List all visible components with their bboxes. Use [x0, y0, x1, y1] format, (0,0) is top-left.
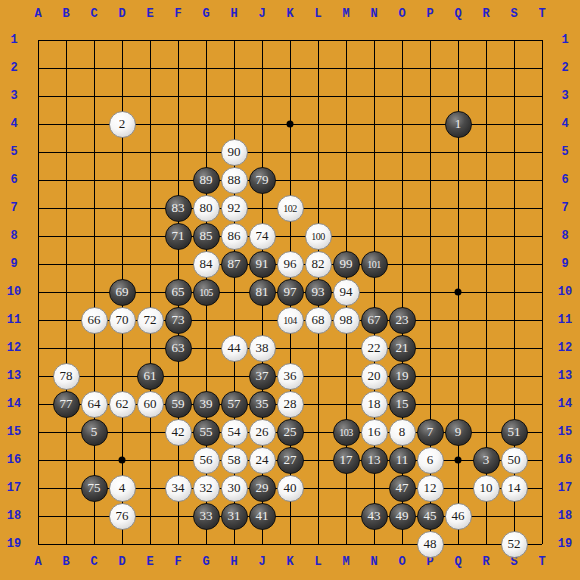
go-stone-white: 24 — [249, 447, 276, 474]
coord-col-top: G — [202, 8, 209, 20]
go-stone-black: 7 — [417, 419, 444, 446]
go-stone-white: 14 — [501, 475, 528, 502]
go-stone-black: 51 — [501, 419, 528, 446]
coord-row-left: 6 — [10, 174, 17, 186]
go-stone-white: 42 — [165, 419, 192, 446]
coord-col-top: K — [286, 8, 293, 20]
coord-col-bottom: M — [342, 556, 349, 568]
go-stone-white: 66 — [81, 307, 108, 334]
coord-col-bottom: N — [370, 556, 377, 568]
go-stone-black: 63 — [165, 335, 192, 362]
go-stone-black: 19 — [389, 363, 416, 390]
coord-col-top: D — [118, 8, 125, 20]
go-stone-white: 104 — [277, 307, 304, 334]
go-stone-black: 101 — [361, 251, 388, 278]
go-stone-white: 92 — [221, 195, 248, 222]
go-stone-white: 34 — [165, 475, 192, 502]
coord-col-top: A — [34, 8, 41, 20]
star-point — [287, 121, 294, 128]
go-stone-black: 87 — [221, 251, 248, 278]
coord-row-right: 8 — [561, 230, 568, 242]
go-stone-black: 11 — [389, 447, 416, 474]
coord-row-left: 1 — [10, 34, 17, 46]
go-stone-white: 50 — [501, 447, 528, 474]
go-stone-white: 2 — [109, 111, 136, 138]
go-stone-black: 77 — [53, 391, 80, 418]
coord-col-bottom: H — [230, 556, 237, 568]
go-stone-white: 44 — [221, 335, 248, 362]
coord-col-bottom: E — [146, 556, 153, 568]
star-point — [455, 289, 462, 296]
coord-col-top: L — [314, 8, 321, 20]
go-stone-white: 84 — [193, 251, 220, 278]
go-stone-white: 90 — [221, 139, 248, 166]
go-stone-white: 88 — [221, 167, 248, 194]
coord-col-top: T — [538, 8, 545, 20]
go-stone-white: 82 — [305, 251, 332, 278]
coord-col-top: E — [146, 8, 153, 20]
coord-col-bottom: Q — [454, 556, 461, 568]
go-stone-black: 55 — [193, 419, 220, 446]
coord-row-right: 5 — [561, 146, 568, 158]
go-stone-black: 57 — [221, 391, 248, 418]
go-stone-black: 3 — [473, 447, 500, 474]
coord-col-bottom: J — [258, 556, 265, 568]
coord-col-bottom: S — [510, 556, 517, 568]
coord-row-right: 6 — [561, 174, 568, 186]
coord-row-left: 10 — [7, 286, 21, 298]
go-stone-white: 46 — [445, 503, 472, 530]
go-stone-white: 28 — [277, 391, 304, 418]
coord-row-left: 15 — [7, 426, 21, 438]
go-stone-black: 103 — [333, 419, 360, 446]
go-stone-black: 75 — [81, 475, 108, 502]
coord-col-top: J — [258, 8, 265, 20]
go-stone-white: 80 — [193, 195, 220, 222]
go-stone-black: 21 — [389, 335, 416, 362]
coord-col-bottom: P — [426, 556, 433, 568]
go-stone-white: 58 — [221, 447, 248, 474]
go-stone-white: 72 — [137, 307, 164, 334]
go-stone-black: 83 — [165, 195, 192, 222]
go-stone-white: 52 — [501, 531, 528, 558]
go-stone-black: 5 — [81, 419, 108, 446]
go-stone-black: 27 — [277, 447, 304, 474]
go-stone-black: 97 — [277, 279, 304, 306]
go-stone-white: 64 — [81, 391, 108, 418]
go-stone-white: 22 — [361, 335, 388, 362]
go-stone-black: 73 — [165, 307, 192, 334]
coord-row-right: 16 — [558, 454, 572, 466]
coord-col-top: F — [174, 8, 181, 20]
coord-row-right: 17 — [558, 482, 572, 494]
coord-row-right: 14 — [558, 398, 572, 410]
go-board[interactable]: AABBCCDDEEFFGGHHJJKKLLMMNNOOPPQQRRSSTT11… — [0, 0, 580, 580]
go-stone-white: 16 — [361, 419, 388, 446]
coord-col-top: B — [62, 8, 69, 20]
go-stone-white: 48 — [417, 531, 444, 558]
coord-col-bottom: K — [286, 556, 293, 568]
go-stone-black: 41 — [249, 503, 276, 530]
go-stone-black: 49 — [389, 503, 416, 530]
star-point — [455, 457, 462, 464]
go-stone-white: 12 — [417, 475, 444, 502]
coord-col-bottom: G — [202, 556, 209, 568]
coord-row-left: 19 — [7, 538, 21, 550]
go-stone-black: 99 — [333, 251, 360, 278]
go-stone-white: 36 — [277, 363, 304, 390]
coord-col-bottom: C — [90, 556, 97, 568]
go-stone-white: 38 — [249, 335, 276, 362]
go-stone-white: 10 — [473, 475, 500, 502]
go-stone-white: 74 — [249, 223, 276, 250]
go-stone-black: 79 — [249, 167, 276, 194]
coord-row-left: 3 — [10, 90, 17, 102]
go-stone-white: 32 — [193, 475, 220, 502]
go-stone-black: 105 — [193, 279, 220, 306]
go-stone-black: 15 — [389, 391, 416, 418]
coord-row-left: 9 — [10, 258, 17, 270]
coord-row-right: 12 — [558, 342, 572, 354]
coord-row-left: 4 — [10, 118, 17, 130]
coord-row-left: 8 — [10, 230, 17, 242]
coord-col-top: H — [230, 8, 237, 20]
go-stone-black: 9 — [445, 419, 472, 446]
coord-row-right: 10 — [558, 286, 572, 298]
go-stone-white: 96 — [277, 251, 304, 278]
coord-col-top: O — [398, 8, 405, 20]
go-stone-black: 25 — [277, 419, 304, 446]
go-stone-white: 40 — [277, 475, 304, 502]
coord-row-right: 18 — [558, 510, 572, 522]
go-stone-black: 61 — [137, 363, 164, 390]
star-point — [119, 457, 126, 464]
go-stone-black: 69 — [109, 279, 136, 306]
go-stone-white: 94 — [333, 279, 360, 306]
coord-col-bottom: B — [62, 556, 69, 568]
coord-row-right: 15 — [558, 426, 572, 438]
go-stone-white: 98 — [333, 307, 360, 334]
coord-row-left: 18 — [7, 510, 21, 522]
go-stone-white: 102 — [277, 195, 304, 222]
go-stone-white: 62 — [109, 391, 136, 418]
go-stone-white: 56 — [193, 447, 220, 474]
go-stone-white: 30 — [221, 475, 248, 502]
coord-col-bottom: L — [314, 556, 321, 568]
coord-col-top: R — [482, 8, 489, 20]
coord-col-bottom: A — [34, 556, 41, 568]
go-stone-white: 76 — [109, 503, 136, 530]
coord-row-left: 2 — [10, 62, 17, 74]
go-stone-black: 23 — [389, 307, 416, 334]
coord-row-right: 1 — [561, 34, 568, 46]
coord-row-left: 11 — [7, 314, 21, 326]
go-stone-white: 20 — [361, 363, 388, 390]
coord-row-left: 12 — [7, 342, 21, 354]
coord-row-right: 9 — [561, 258, 568, 270]
coord-row-left: 16 — [7, 454, 21, 466]
coord-col-bottom: T — [538, 556, 545, 568]
coord-row-right: 2 — [561, 62, 568, 74]
coord-row-right: 7 — [561, 202, 568, 214]
coord-row-left: 17 — [7, 482, 21, 494]
go-stone-black: 89 — [193, 167, 220, 194]
go-stone-white: 68 — [305, 307, 332, 334]
coord-row-left: 14 — [7, 398, 21, 410]
go-stone-black: 39 — [193, 391, 220, 418]
go-stone-white: 70 — [109, 307, 136, 334]
coord-col-top: N — [370, 8, 377, 20]
go-stone-black: 59 — [165, 391, 192, 418]
go-stone-black: 43 — [361, 503, 388, 530]
go-stone-black: 91 — [249, 251, 276, 278]
coord-col-top: M — [342, 8, 349, 20]
go-stone-black: 67 — [361, 307, 388, 334]
coord-col-bottom: F — [174, 556, 181, 568]
go-stone-white: 26 — [249, 419, 276, 446]
go-stone-white: 18 — [361, 391, 388, 418]
go-stone-white: 6 — [417, 447, 444, 474]
go-stone-white: 8 — [389, 419, 416, 446]
go-stone-black: 45 — [417, 503, 444, 530]
go-stone-white: 54 — [221, 419, 248, 446]
coord-col-top: C — [90, 8, 97, 20]
coord-row-left: 13 — [7, 370, 21, 382]
go-stone-black: 13 — [361, 447, 388, 474]
go-stone-white: 78 — [53, 363, 80, 390]
go-stone-white: 100 — [305, 223, 332, 250]
go-stone-black: 29 — [249, 475, 276, 502]
coord-col-bottom: D — [118, 556, 125, 568]
coord-col-bottom: O — [398, 556, 405, 568]
coord-row-right: 4 — [561, 118, 568, 130]
go-stone-black: 37 — [249, 363, 276, 390]
go-stone-black: 71 — [165, 223, 192, 250]
coord-col-top: S — [510, 8, 517, 20]
coord-row-right: 13 — [558, 370, 572, 382]
go-stone-black: 31 — [221, 503, 248, 530]
go-stone-black: 17 — [333, 447, 360, 474]
go-stone-white: 60 — [137, 391, 164, 418]
coord-row-right: 3 — [561, 90, 568, 102]
go-stone-white: 86 — [221, 223, 248, 250]
coord-col-top: P — [426, 8, 433, 20]
coord-col-top: Q — [454, 8, 461, 20]
go-stone-black: 35 — [249, 391, 276, 418]
coord-row-right: 19 — [558, 538, 572, 550]
go-stone-black: 81 — [249, 279, 276, 306]
go-stone-black: 33 — [193, 503, 220, 530]
go-stone-black: 65 — [165, 279, 192, 306]
coord-col-bottom: R — [482, 556, 489, 568]
go-stone-white: 4 — [109, 475, 136, 502]
coord-row-left: 7 — [10, 202, 17, 214]
coord-row-right: 11 — [558, 314, 572, 326]
go-stone-black: 93 — [305, 279, 332, 306]
coord-row-left: 5 — [10, 146, 17, 158]
go-stone-black: 85 — [193, 223, 220, 250]
go-stone-black: 1 — [445, 111, 472, 138]
go-stone-black: 47 — [389, 475, 416, 502]
